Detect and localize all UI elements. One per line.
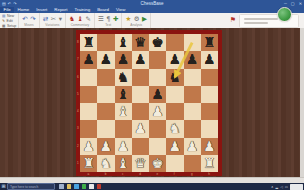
square-e8[interactable]: ♚ (149, 34, 166, 51)
white-app-icon[interactable] (89, 184, 94, 189)
black-pawn-piece: ♟ (80, 51, 97, 68)
title-bar: ▤ ↶ ↷ ChessBase ─▢✕ (0, 0, 304, 7)
rank-label-2: 2 (77, 145, 79, 148)
board-area: ♜♝♛♚♜♟♟♟♟♟♟♟♞♞♝♟♝♟♟♞♟♟♟♟♟♟♜♞♝♛♚♜ 8765432… (0, 28, 304, 177)
square-f5[interactable] (166, 86, 183, 103)
white-pawn-piece: ♟ (97, 138, 114, 155)
white-knight-piece: ♞ (166, 120, 183, 137)
white-king-piece: ♚ (149, 155, 166, 172)
tray-chevron-icon[interactable]: ∧ (271, 185, 273, 189)
tray-volume-icon[interactable]: ◁ (280, 185, 283, 189)
close-button[interactable]: ✕ (299, 2, 302, 6)
green-app-icon[interactable] (82, 184, 87, 189)
undo-move-icon[interactable]: ↶ (22, 15, 27, 23)
square-a7[interactable]: ♟ (80, 51, 97, 68)
white-rook-piece: ♜ (80, 155, 97, 172)
file-explorer-icon[interactable] (67, 184, 72, 189)
rank-label-1: 1 (77, 162, 79, 165)
file-label-f: f (174, 173, 175, 176)
square-g6[interactable] (184, 69, 201, 86)
rank-label-3: 3 (77, 127, 79, 130)
square-d8[interactable]: ♛ (132, 34, 149, 51)
square-e7[interactable] (149, 51, 166, 68)
ribbon-groups: ↶↷Moves⇄✂▾Variations♞♝✎Commentary☰¶✚Text… (19, 13, 151, 28)
square-e4[interactable]: ♟ (149, 103, 166, 120)
square-c3[interactable] (115, 120, 132, 137)
white-rook-piece: ♜ (201, 155, 218, 172)
white-pawn-piece: ♟ (80, 138, 97, 155)
ribbon-stack-group: ▤New✎Edit▦Setup (0, 13, 19, 28)
connect-panel[interactable] (239, 14, 299, 28)
square-h5[interactable] (201, 86, 218, 103)
maximize-button[interactable]: ▢ (291, 2, 295, 6)
square-c6[interactable]: ♞ (115, 69, 132, 86)
square-d3[interactable]: ♟ (132, 120, 149, 137)
file-label-h: h (208, 173, 210, 176)
square-d7[interactable]: ♟ (132, 51, 149, 68)
square-a5[interactable] (80, 86, 97, 103)
file-label-g: g (191, 173, 193, 176)
square-h3[interactable] (201, 120, 218, 137)
square-d4[interactable] (132, 103, 149, 120)
square-b1[interactable]: ♞ (97, 155, 114, 172)
square-c8[interactable]: ♝ (115, 34, 132, 51)
ribbon-group-variations: ⇄✂▾Variations (40, 13, 66, 28)
square-b8[interactable] (97, 34, 114, 51)
square-f7[interactable]: ♟ (166, 51, 183, 68)
taskbar-apps (59, 184, 101, 189)
edit-game-item[interactable]: ✎Edit (2, 19, 16, 23)
square-e6[interactable] (149, 69, 166, 86)
square-f3[interactable]: ♞ (166, 120, 183, 137)
square-h4[interactable] (201, 103, 218, 120)
square-g5[interactable] (184, 86, 201, 103)
square-c7[interactable]: ♟ (115, 51, 132, 68)
square-a8[interactable]: ♜ (80, 34, 97, 51)
white-pawn-piece: ♟ (166, 138, 183, 155)
square-c5[interactable]: ♝ (115, 86, 132, 103)
square-e5[interactable]: ♟ (149, 86, 166, 103)
file-label-d: d (139, 173, 141, 176)
white-pawn-piece: ♟ (184, 138, 201, 155)
rank-label-6: 6 (77, 76, 79, 79)
black-knight-piece: ♞ (115, 69, 132, 86)
square-d2[interactable] (132, 138, 149, 155)
square-g2[interactable]: ♟ (184, 138, 201, 155)
square-c1[interactable]: ♝ (115, 155, 132, 172)
scrollbar[interactable] (300, 28, 304, 177)
black-king-piece: ♚ (149, 34, 166, 51)
black-pawn-piece: ♟ (132, 51, 149, 68)
square-e2[interactable] (149, 138, 166, 155)
white-pawn-piece: ♟ (201, 138, 218, 155)
task-view-icon[interactable] (59, 184, 64, 189)
white-pawn-piece: ♟ (132, 120, 149, 137)
square-f4[interactable] (166, 103, 183, 120)
window-controls: ─▢✕ (284, 0, 302, 7)
black-rook-piece: ♜ (201, 34, 218, 51)
start-engine-icon[interactable]: ▶ (142, 15, 147, 23)
ribbon-group-commentary: ♞♝✎Commentary (66, 13, 95, 28)
square-g3[interactable] (184, 120, 201, 137)
panel-text-line (244, 18, 278, 20)
redo-move-icon[interactable]: ↷ (30, 15, 35, 23)
knight-annotation-icon[interactable]: ♞ (69, 15, 75, 23)
square-f2[interactable]: ♟ (166, 138, 183, 155)
screen: ▤ ↶ ↷ ChessBase ─▢✕ FileHomeInsertReport… (0, 0, 304, 190)
square-h1[interactable]: ♜ (201, 155, 218, 172)
new-game-icon: ▤ (2, 14, 5, 18)
square-b7[interactable]: ♟ (97, 51, 114, 68)
start-button[interactable]: ⊞ (0, 183, 7, 190)
new-game-item[interactable]: ▤New (2, 14, 16, 18)
add-text-icon[interactable]: ✚ (113, 15, 118, 23)
square-g7[interactable]: ♟ (184, 51, 201, 68)
minimize-button[interactable]: ─ (284, 2, 287, 6)
square-c4[interactable]: ♝ (115, 103, 132, 120)
ribbon-group-text: ☰¶✚Text (95, 13, 122, 28)
tray-network-icon[interactable]: ▂ (276, 185, 279, 189)
black-pawn-piece: ♟ (184, 51, 201, 68)
black-pawn-piece: ♟ (149, 86, 166, 103)
stack-item-label: Edit (7, 19, 13, 23)
square-h8[interactable]: ♜ (201, 34, 218, 51)
square-b3[interactable] (97, 120, 114, 137)
black-pawn-piece: ♟ (115, 51, 132, 68)
file-label-b: b (105, 173, 107, 176)
square-a4[interactable] (80, 103, 97, 120)
square-g8[interactable] (184, 34, 201, 51)
browser-icon[interactable] (74, 184, 79, 189)
square-h6[interactable] (201, 69, 218, 86)
black-knight-piece: ♞ (166, 69, 183, 86)
rank-label-7: 7 (77, 58, 79, 61)
star-analysis-icon[interactable]: ★ (125, 15, 131, 23)
rank-label-4: 4 (77, 110, 79, 113)
square-e3[interactable] (149, 120, 166, 137)
square-d6[interactable] (132, 69, 149, 86)
ribbon-group-analysis: ★⚙▶Analysis (122, 13, 151, 28)
ribbon-group-moves: ↶↷Moves (19, 13, 39, 28)
square-f6[interactable]: ♞ (166, 69, 183, 86)
taskbar: ⊞ Type here to search ∧▂◁▭ (0, 183, 304, 190)
rank-label-5: 5 (77, 93, 79, 96)
search-placeholder: Type here to search (8, 185, 38, 189)
paragraph-icon[interactable]: ¶ (106, 15, 110, 23)
white-bishop-piece: ♝ (115, 103, 132, 120)
square-a3[interactable] (80, 120, 97, 137)
black-bishop-piece: ♝ (115, 86, 132, 103)
black-pawn-piece: ♟ (201, 51, 218, 68)
square-b5[interactable] (97, 86, 114, 103)
square-f1[interactable] (166, 155, 183, 172)
square-b6[interactable] (97, 69, 114, 86)
file-label-a: a (88, 173, 90, 176)
edit-annotation-icon[interactable]: ✎ (86, 15, 91, 23)
rank-label-8: 8 (77, 41, 79, 44)
cut-variation-icon[interactable]: ✂ (51, 15, 56, 23)
square-a2[interactable]: ♟ (80, 138, 97, 155)
edit-game-icon: ✎ (2, 19, 5, 23)
file-label-e: e (157, 173, 159, 176)
taskbar-clock[interactable] (290, 184, 303, 190)
tray-flag-icon[interactable]: ▭ (285, 185, 288, 189)
square-a6[interactable] (80, 69, 97, 86)
globe-logo-icon (277, 7, 292, 22)
white-pawn-piece: ♟ (115, 138, 132, 155)
file-label-c: c (122, 173, 124, 176)
stack-item-label: Setup (7, 24, 16, 28)
square-a1[interactable]: ♜ (80, 155, 97, 172)
red-app-icon[interactable] (97, 184, 102, 189)
square-d1[interactable]: ♛ (132, 155, 149, 172)
black-pawn-piece: ♟ (166, 51, 183, 68)
text-before-move-icon[interactable]: ☰ (98, 15, 104, 23)
system-tray: ∧▂◁▭ (271, 183, 288, 190)
panel-text-line (244, 22, 268, 24)
white-queen-piece: ♛ (132, 155, 149, 172)
black-queen-piece: ♛ (132, 34, 149, 51)
chess-board: ♜♝♛♚♜♟♟♟♟♟♟♟♞♞♝♟♝♟♟♞♟♟♟♟♟♟♜♞♝♛♚♜ 8765432… (76, 30, 222, 176)
settings-icon[interactable]: ⚙ (134, 15, 140, 23)
white-pawn-piece: ♟ (149, 103, 166, 120)
square-b2[interactable]: ♟ (97, 138, 114, 155)
square-c2[interactable]: ♟ (115, 138, 132, 155)
window-title: ChessBase (0, 1, 304, 6)
white-bishop-piece: ♝ (115, 155, 132, 172)
bishop-annotation-icon[interactable]: ♝ (77, 15, 83, 23)
square-b4[interactable] (97, 103, 114, 120)
square-g1[interactable] (184, 155, 201, 172)
stack-item-label: New (7, 14, 14, 18)
setup-position-item[interactable]: ▦Setup (2, 24, 16, 28)
setup-position-icon: ▦ (2, 24, 5, 28)
black-bishop-piece: ♝ (115, 34, 132, 51)
square-h7[interactable]: ♟ (201, 51, 218, 68)
variation-menu-icon[interactable]: ▾ (59, 15, 62, 23)
engine-flag-icon[interactable]: ⚑ (230, 16, 236, 24)
black-rook-piece: ♜ (80, 34, 97, 51)
square-f8[interactable] (166, 34, 183, 51)
square-g4[interactable] (184, 103, 201, 120)
white-knight-piece: ♞ (97, 155, 114, 172)
square-h2[interactable]: ♟ (201, 138, 218, 155)
square-d5[interactable] (132, 86, 149, 103)
black-pawn-piece: ♟ (97, 51, 114, 68)
taskbar-search-input[interactable]: Type here to search (7, 183, 55, 190)
square-e1[interactable]: ♚ (149, 155, 166, 172)
ribbon: ▤New✎Edit▦Setup ↶↷Moves⇄✂▾Variations♞♝✎C… (0, 13, 304, 29)
promote-variation-icon[interactable]: ⇄ (43, 15, 48, 23)
